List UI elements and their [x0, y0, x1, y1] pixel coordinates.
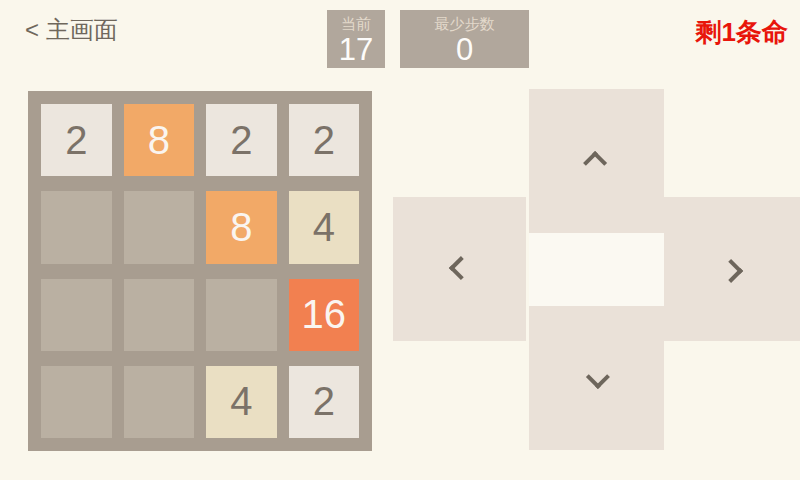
empty-cell: [206, 279, 277, 351]
stat-current-steps: 当前 17: [327, 10, 385, 68]
lives-remaining-badge: 剩1条命: [696, 17, 788, 47]
tile-16: 16: [289, 279, 360, 351]
back-to-main-button[interactable]: < 主画面: [25, 16, 118, 44]
chevron-up-icon: [583, 150, 607, 174]
tile-2: 2: [289, 366, 360, 438]
game-screen: < 主画面 当前 17 最少步数 0 剩1条命 2822841642: [0, 0, 800, 480]
stat-current-steps-label: 当前: [341, 15, 371, 33]
empty-cell: [124, 191, 195, 263]
stat-min-steps-value: 0: [456, 33, 473, 67]
chevron-right-icon: [719, 258, 743, 282]
stat-current-steps-value: 17: [339, 33, 373, 67]
dpad-center: [529, 233, 664, 306]
tile-4: 4: [289, 191, 360, 263]
empty-cell: [41, 366, 112, 438]
tile-8: 8: [124, 104, 195, 176]
move-right-button[interactable]: [664, 197, 800, 341]
board-2048: 2822841642: [28, 91, 372, 451]
tile-2: 2: [41, 104, 112, 176]
empty-cell: [124, 279, 195, 351]
tile-8: 8: [206, 191, 277, 263]
empty-cell: [41, 279, 112, 351]
move-down-button[interactable]: [529, 306, 664, 450]
stat-min-steps: 最少步数 0: [400, 10, 529, 68]
tile-2: 2: [206, 104, 277, 176]
stat-min-steps-label: 最少步数: [435, 15, 495, 33]
chevron-left-icon: [449, 256, 473, 280]
tile-2: 2: [289, 104, 360, 176]
chevron-down-icon: [586, 365, 610, 389]
tile-4: 4: [206, 366, 277, 438]
empty-cell: [41, 191, 112, 263]
move-left-button[interactable]: [393, 197, 526, 341]
empty-cell: [124, 366, 195, 438]
move-up-button[interactable]: [529, 89, 664, 233]
